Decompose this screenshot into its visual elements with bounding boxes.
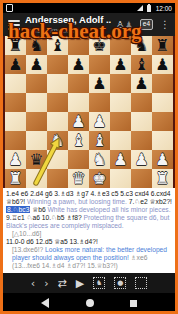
comment-text: Black's pieces are completly misplaced.: [6, 222, 124, 229]
variation-text[interactable]: ♗xe6: [131, 254, 148, 261]
square-f5[interactable]: [110, 93, 131, 112]
signal-icon: [137, 5, 143, 11]
square-c4[interactable]: [47, 112, 68, 131]
prev-move-icon[interactable]: ‹: [31, 278, 35, 289]
move-text[interactable]: 11.0-0 d6 12.d5 ♕a5 13.♗d4?!: [6, 238, 98, 245]
notation-line: 1.e4 e6 2.d4 g6 3.♗d3 ♗g7 4.♗e3 c5 5.c3 …: [6, 190, 175, 198]
move-text[interactable]: 7.♘e2 ♕xb2?!: [129, 198, 172, 205]
square-h2[interactable]: ♟: [152, 150, 173, 169]
white-knight: ♞: [89, 150, 110, 169]
square-d6[interactable]: [68, 74, 89, 93]
black-queen: ♛: [26, 150, 47, 169]
recents-icon[interactable]: [130, 300, 137, 307]
guess-move-inner-glyph: ♞: [96, 280, 102, 287]
home-icon[interactable]: [86, 299, 94, 307]
variation-text[interactable]: [△10...d6]: [12, 230, 41, 237]
square-h6[interactable]: [152, 74, 173, 93]
blindfold-pieces-inner-glyph: ●: [117, 280, 123, 287]
back-icon[interactable]: [41, 298, 49, 308]
square-d2[interactable]: [68, 150, 89, 169]
black-pawn: ♟: [110, 55, 131, 74]
black-rook: ♜: [152, 36, 173, 55]
white-queen: ♛: [68, 169, 89, 188]
square-c2[interactable]: [47, 150, 68, 169]
screenshot-frame: hack-cheat.org 12:00 Anderssen, Adolf ..…: [0, 0, 178, 314]
notation-line: (13...fxe6 14.♗d4 ♗d7?! 15.♕b3?!): [6, 262, 175, 270]
notation-line: 8.♘bc3 ♕b6 White has developed all his m…: [6, 206, 175, 214]
black-pawn: ♟: [5, 55, 26, 74]
white-bishop: ♝: [89, 131, 110, 150]
square-f3[interactable]: [110, 131, 131, 150]
white-pawn: ♟: [5, 150, 26, 169]
notation-line: player should always open the position! …: [6, 254, 175, 262]
comment-text: Protecting the square d6, but: [84, 214, 170, 221]
square-g5[interactable]: [131, 93, 152, 112]
current-move[interactable]: 8.♘bc3: [6, 206, 30, 213]
square-h1[interactable]: ♜: [152, 169, 173, 188]
white-knight: ♞: [47, 131, 68, 150]
comment-text: player should always open the position!: [12, 254, 131, 261]
black-pawn: ♟: [152, 55, 173, 74]
square-g1[interactable]: [131, 169, 152, 188]
square-a4[interactable]: [5, 112, 26, 131]
square-g2[interactable]: ♟: [131, 150, 152, 169]
square-a2[interactable]: ♟: [5, 150, 26, 169]
square-f4[interactable]: [110, 112, 131, 131]
white-pawn: ♟: [131, 150, 152, 169]
move-text[interactable]: ♕b6: [30, 206, 47, 213]
move-text[interactable]: ♕b6?!: [6, 198, 27, 205]
square-c7[interactable]: [47, 55, 68, 74]
engine-lines-icon[interactable]: ⇄: [58, 278, 67, 289]
square-b6[interactable]: [26, 74, 47, 93]
square-b4[interactable]: [26, 112, 47, 131]
bottom-toolbar: ‹›⇄▶♞●: [3, 273, 175, 293]
square-h5[interactable]: [152, 93, 173, 112]
comment-text: Winning a pawn, but loosing time.: [27, 198, 129, 205]
status-clock: 12:00: [156, 5, 172, 12]
square-d4[interactable]: ♟: [68, 112, 89, 131]
notation-line: ♕b6?! Winning a pawn, but loosing time. …: [6, 198, 175, 206]
square-d7[interactable]: ♟: [68, 55, 89, 74]
square-g7[interactable]: ♝: [131, 55, 152, 74]
notation-line: [△10...d6]: [6, 230, 175, 238]
notification-icon: [6, 4, 13, 12]
square-f2[interactable]: ♟: [110, 150, 131, 169]
notation-line: 9.♖c1 ♘a6 10.♘b5 ♗f8? Protecting the squ…: [6, 214, 175, 222]
square-a5[interactable]: [5, 93, 26, 112]
blindfold-pieces-icon[interactable]: ●: [114, 277, 126, 289]
square-c6[interactable]: [47, 74, 68, 93]
guess-move-icon[interactable]: ♞: [93, 277, 105, 289]
square-b1[interactable]: [26, 169, 47, 188]
square-e7[interactable]: [89, 55, 110, 74]
square-e6[interactable]: ♟: [89, 74, 110, 93]
autoplay-icon[interactable]: ▶: [76, 278, 84, 289]
notation-line: 11.0-0 d6 12.d5 ♕a5 13.♗d4?!: [6, 238, 175, 246]
square-h3[interactable]: [152, 131, 173, 150]
black-pawn: ♟: [68, 55, 89, 74]
comment-text: Looks more natural: the better developed: [45, 246, 167, 253]
square-h8[interactable]: ♜: [152, 36, 173, 55]
android-nav-bar: [3, 293, 175, 313]
square-f7[interactable]: ♟: [110, 55, 131, 74]
square-a1[interactable]: ♜: [5, 169, 26, 188]
square-g3[interactable]: [131, 131, 152, 150]
notation-line: [13.dxe6!? Looks more natural: the bette…: [6, 246, 175, 254]
black-pawn: ♟: [89, 74, 110, 93]
square-d5[interactable]: [68, 93, 89, 112]
black-pawn: ♟: [131, 74, 152, 93]
square-e1[interactable]: ♚: [89, 169, 110, 188]
white-pawn: ♟: [68, 112, 89, 131]
square-e4[interactable]: ♟: [89, 112, 110, 131]
variation-text[interactable]: [13.dxe6!?: [12, 246, 45, 253]
comment-text: White has developed all his minor pieces…: [48, 206, 171, 213]
square-d3[interactable]: ♝: [68, 131, 89, 150]
chess-board[interactable]: ♜♞♝♚♞♜♟♟♟♟♝♟♟♟♟♟♞♝♝♟♛♞♟♟♟♜♛♚♜: [5, 36, 173, 188]
blindfold-board-icon[interactable]: [135, 277, 147, 289]
square-a7[interactable]: ♟: [5, 55, 26, 74]
square-b5[interactable]: [26, 93, 47, 112]
watermark: hack-cheat.org: [8, 19, 142, 44]
square-e3[interactable]: ♝: [89, 131, 110, 150]
square-b3[interactable]: [26, 131, 47, 150]
square-b2[interactable]: ♛: [26, 150, 47, 169]
black-bishop: ♝: [131, 55, 152, 74]
white-bishop: ♝: [68, 131, 89, 150]
black-pawn: ♟: [26, 55, 47, 74]
square-g6[interactable]: ♟: [131, 74, 152, 93]
variation-text[interactable]: (13...fxe6 14.♗d4 ♗d7?! 15.♕b3?!): [12, 262, 118, 269]
square-e5[interactable]: [89, 93, 110, 112]
square-e2[interactable]: ♞: [89, 150, 110, 169]
overflow-menu-icon[interactable]: ⋮: [160, 20, 170, 30]
square-a6[interactable]: [5, 74, 26, 93]
white-rook: ♜: [152, 169, 173, 188]
square-h4[interactable]: [152, 112, 173, 131]
square-c5[interactable]: [47, 93, 68, 112]
white-pawn: ♟: [89, 112, 110, 131]
square-a3[interactable]: [5, 131, 26, 150]
white-rook: ♜: [5, 169, 26, 188]
square-c3[interactable]: ♞: [47, 131, 68, 150]
notation-panel[interactable]: 1.e4 e6 2.d4 g6 3.♗d3 ♗g7 4.♗e3 c5 5.c3 …: [3, 188, 175, 273]
move-text[interactable]: 1.e4 e6 2.d4 g6 3.♗d3 ♗g7 4.♗e3 c5 5.c3 …: [6, 190, 170, 197]
next-move-icon[interactable]: ›: [44, 278, 48, 289]
white-king: ♚: [89, 169, 110, 188]
square-f6[interactable]: [110, 74, 131, 93]
square-f1[interactable]: [110, 169, 131, 188]
move-text[interactable]: 9.♖c1 ♘a6 10.♘b5 ♗f8?: [6, 214, 84, 221]
notation-line: Black's pieces are completly misplaced.: [6, 222, 175, 230]
square-b7[interactable]: ♟: [26, 55, 47, 74]
white-pawn: ♟: [152, 150, 173, 169]
battery-icon: [147, 5, 151, 12]
board-background: ♜♞♝♚♞♜♟♟♟♟♝♟♟♟♟♟♞♝♝♟♛♞♟♟♟♜♛♚♜: [3, 36, 175, 188]
square-d1[interactable]: ♛: [68, 169, 89, 188]
square-c1[interactable]: [47, 169, 68, 188]
status-bar: 12:00: [3, 3, 175, 13]
square-h7[interactable]: ♟: [152, 55, 173, 74]
square-g4[interactable]: [131, 112, 152, 131]
white-pawn: ♟: [110, 150, 131, 169]
